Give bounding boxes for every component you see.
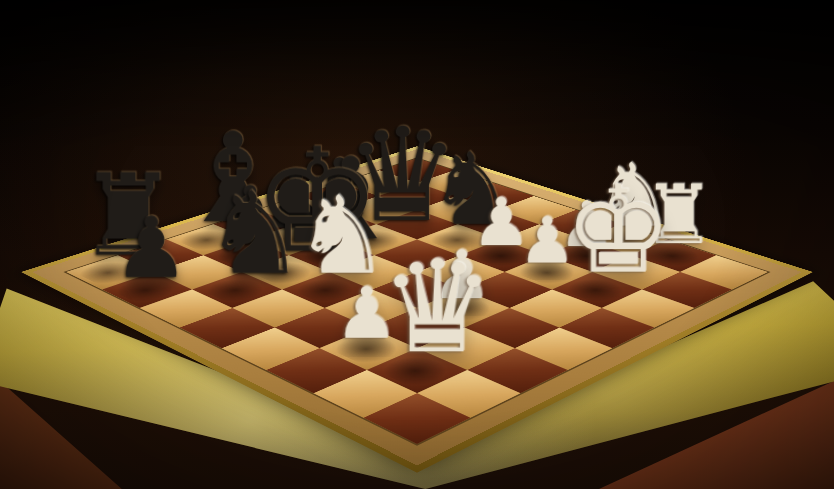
perspective-scene: ♞♜♟♞♟♟♚♟♛♟♝♟♝♟♚♞♞♟♛♜♟: [0, 0, 834, 489]
chess-board: ♞♜♟♞♟♟♚♟♛♟♝♟♝♟♚♞♞♟♛♜♟: [66, 158, 767, 444]
square-f2[interactable]: ♚: [552, 272, 642, 308]
gold-board-trim: ♞♜♟♞♟♟♚♟♛♟♝♟♝♟♚♞♞♟♛♜♟: [21, 146, 813, 472]
black-knight[interactable]: ♞: [203, 176, 267, 290]
chess-3d-scene: ♞♜♟♞♟♟♚♟♛♟♝♟♝♟♚♞♞♟♛♜♟: [0, 0, 834, 489]
white-queen[interactable]: ♛: [379, 243, 450, 371]
black-pawn[interactable]: ♟: [113, 206, 177, 290]
white-king[interactable]: ♚: [563, 169, 627, 290]
square-a7[interactable]: ♟: [102, 272, 192, 308]
wooden-board-frame: ♞♜♟♞♟♟♚♟♛♟♝♟♝♟♚♞♞♟♛♜♟: [32, 149, 801, 465]
square-a6[interactable]: [140, 290, 232, 328]
